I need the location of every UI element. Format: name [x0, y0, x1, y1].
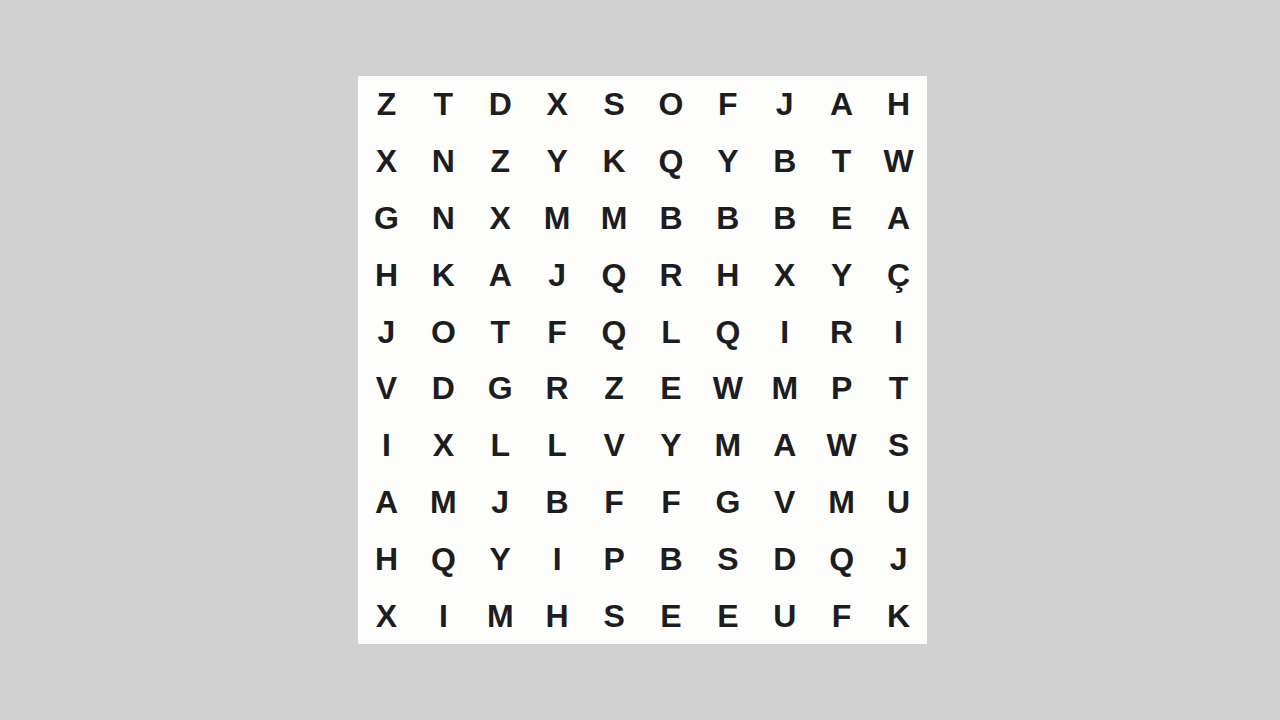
- grid-cell[interactable]: E: [643, 360, 700, 417]
- grid-cell[interactable]: I: [756, 303, 813, 360]
- grid-cell[interactable]: R: [643, 246, 700, 303]
- grid-cell[interactable]: E: [699, 587, 756, 644]
- grid-cell[interactable]: R: [529, 360, 586, 417]
- grid-cell[interactable]: G: [358, 190, 415, 247]
- grid-cell[interactable]: U: [870, 474, 927, 531]
- grid-cell[interactable]: Q: [586, 246, 643, 303]
- grid-cell[interactable]: H: [529, 587, 586, 644]
- grid-cell[interactable]: I: [870, 303, 927, 360]
- grid-cell[interactable]: T: [472, 303, 529, 360]
- grid-cell[interactable]: X: [358, 587, 415, 644]
- grid-cell[interactable]: A: [813, 76, 870, 133]
- grid-cell[interactable]: F: [813, 587, 870, 644]
- grid-cell[interactable]: X: [756, 246, 813, 303]
- grid-cell[interactable]: S: [586, 587, 643, 644]
- grid-cell[interactable]: W: [699, 360, 756, 417]
- grid-cell[interactable]: S: [870, 417, 927, 474]
- grid-cell[interactable]: D: [415, 360, 472, 417]
- grid-cell[interactable]: V: [358, 360, 415, 417]
- grid-cell[interactable]: J: [358, 303, 415, 360]
- grid-cell[interactable]: F: [699, 76, 756, 133]
- grid-cell[interactable]: F: [643, 474, 700, 531]
- grid-cell[interactable]: H: [358, 530, 415, 587]
- grid-cell[interactable]: W: [813, 417, 870, 474]
- grid-cell[interactable]: U: [756, 587, 813, 644]
- grid-cell[interactable]: X: [415, 417, 472, 474]
- grid-cell[interactable]: Q: [643, 133, 700, 190]
- grid-cell[interactable]: K: [415, 246, 472, 303]
- grid-cell[interactable]: X: [472, 190, 529, 247]
- grid-cell[interactable]: H: [358, 246, 415, 303]
- grid-cell[interactable]: Y: [529, 133, 586, 190]
- grid-cell[interactable]: N: [415, 133, 472, 190]
- grid-cell[interactable]: L: [643, 303, 700, 360]
- grid-cell[interactable]: F: [586, 474, 643, 531]
- grid-cell[interactable]: J: [529, 246, 586, 303]
- grid-cell[interactable]: Ç: [870, 246, 927, 303]
- grid-cell[interactable]: Z: [586, 360, 643, 417]
- grid-cell[interactable]: M: [756, 360, 813, 417]
- grid-cell[interactable]: P: [586, 530, 643, 587]
- grid-cell[interactable]: Y: [643, 417, 700, 474]
- grid-cell[interactable]: E: [643, 587, 700, 644]
- grid-cell[interactable]: L: [472, 417, 529, 474]
- grid-cell[interactable]: S: [699, 530, 756, 587]
- grid-cell[interactable]: D: [756, 530, 813, 587]
- grid-cell[interactable]: I: [358, 417, 415, 474]
- grid-cell[interactable]: M: [529, 190, 586, 247]
- grid-cell[interactable]: O: [415, 303, 472, 360]
- grid-cell[interactable]: S: [586, 76, 643, 133]
- grid-cell[interactable]: A: [756, 417, 813, 474]
- grid-cell[interactable]: P: [813, 360, 870, 417]
- grid-cell[interactable]: B: [756, 190, 813, 247]
- grid-cell[interactable]: T: [813, 133, 870, 190]
- grid-cell[interactable]: M: [586, 190, 643, 247]
- grid-cell[interactable]: M: [472, 587, 529, 644]
- grid-cell[interactable]: Y: [699, 133, 756, 190]
- grid-cell[interactable]: K: [870, 587, 927, 644]
- grid-cell[interactable]: E: [813, 190, 870, 247]
- grid-cell[interactable]: H: [870, 76, 927, 133]
- grid-cell[interactable]: V: [586, 417, 643, 474]
- word-search-board: ZTDXSOFJAHXNZYKQYBTWGNXMMBBBEAHKAJQRHXYÇ…: [358, 76, 927, 644]
- grid-cell[interactable]: A: [358, 474, 415, 531]
- page-background: ZTDXSOFJAHXNZYKQYBTWGNXMMBBBEAHKAJQRHXYÇ…: [0, 0, 1280, 720]
- grid-cell[interactable]: Q: [586, 303, 643, 360]
- grid-cell[interactable]: Z: [358, 76, 415, 133]
- grid-cell[interactable]: B: [699, 190, 756, 247]
- grid-cell[interactable]: Y: [813, 246, 870, 303]
- grid-cell[interactable]: F: [529, 303, 586, 360]
- grid-cell[interactable]: A: [870, 190, 927, 247]
- grid-cell[interactable]: L: [529, 417, 586, 474]
- grid-cell[interactable]: V: [756, 474, 813, 531]
- grid-cell[interactable]: T: [415, 76, 472, 133]
- grid-cell[interactable]: J: [870, 530, 927, 587]
- grid-cell[interactable]: K: [586, 133, 643, 190]
- grid-cell[interactable]: A: [472, 246, 529, 303]
- grid-cell[interactable]: X: [529, 76, 586, 133]
- grid-cell[interactable]: J: [756, 76, 813, 133]
- grid-cell[interactable]: B: [529, 474, 586, 531]
- grid-cell[interactable]: B: [643, 530, 700, 587]
- grid-cell[interactable]: B: [643, 190, 700, 247]
- grid-cell[interactable]: G: [472, 360, 529, 417]
- grid-cell[interactable]: H: [699, 246, 756, 303]
- grid-cell[interactable]: B: [756, 133, 813, 190]
- grid-cell[interactable]: O: [643, 76, 700, 133]
- grid-cell[interactable]: Q: [415, 530, 472, 587]
- grid-cell[interactable]: M: [415, 474, 472, 531]
- grid-cell[interactable]: Y: [472, 530, 529, 587]
- grid-cell[interactable]: I: [529, 530, 586, 587]
- grid-cell[interactable]: W: [870, 133, 927, 190]
- grid-cell[interactable]: Z: [472, 133, 529, 190]
- grid-cell[interactable]: D: [472, 76, 529, 133]
- grid-cell[interactable]: Q: [699, 303, 756, 360]
- grid-cell[interactable]: N: [415, 190, 472, 247]
- grid-cell[interactable]: J: [472, 474, 529, 531]
- grid-cell[interactable]: X: [358, 133, 415, 190]
- grid-cell[interactable]: R: [813, 303, 870, 360]
- grid-cell[interactable]: I: [415, 587, 472, 644]
- grid-cell[interactable]: Q: [813, 530, 870, 587]
- grid-cell[interactable]: G: [699, 474, 756, 531]
- grid-cell[interactable]: T: [870, 360, 927, 417]
- grid-cell[interactable]: M: [813, 474, 870, 531]
- grid-cell[interactable]: M: [699, 417, 756, 474]
